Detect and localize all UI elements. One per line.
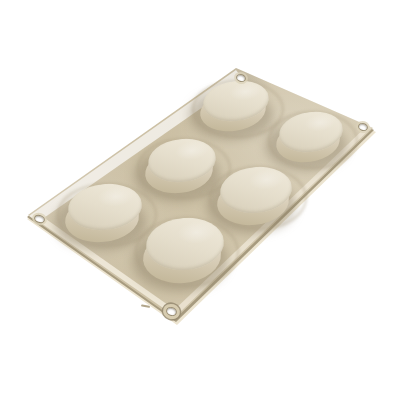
product-photo [0,0,400,400]
